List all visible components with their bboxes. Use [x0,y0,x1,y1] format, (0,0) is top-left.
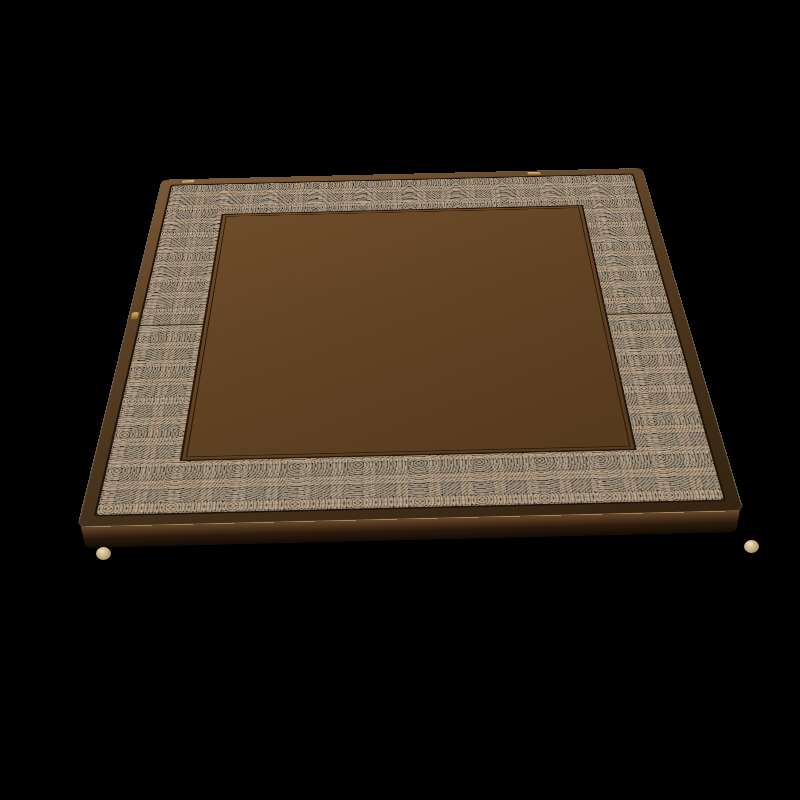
board-foot [96,547,111,560]
board-perspective-wrapper [120,33,690,603]
board-top [78,168,742,526]
chess-board [78,168,742,526]
hinge-icon [180,180,196,184]
scene: { "game": "chess", "position": { "fen": … [0,0,800,800]
hinge-icon [527,171,542,175]
board-foot [744,540,759,553]
